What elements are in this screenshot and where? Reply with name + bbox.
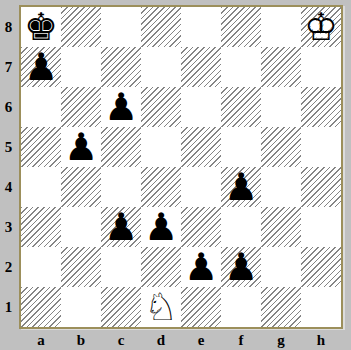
chess-diagram: 87654321 ♚♚♔♟♟♟♟♟♟♟♟♞♘ abcdefgh bbox=[0, 0, 351, 350]
square-b7[interactable] bbox=[61, 47, 101, 87]
square-a3[interactable] bbox=[21, 207, 61, 247]
square-g5[interactable] bbox=[261, 127, 301, 167]
black-king[interactable]: ♚ bbox=[21, 7, 61, 47]
file-label-a: a bbox=[21, 331, 61, 350]
square-h8[interactable]: ♚♔ bbox=[301, 7, 341, 47]
square-b5[interactable]: ♟ bbox=[61, 127, 101, 167]
square-e4[interactable] bbox=[181, 167, 221, 207]
square-a7[interactable]: ♟ bbox=[21, 47, 61, 87]
square-c8[interactable] bbox=[101, 7, 141, 47]
square-h7[interactable] bbox=[301, 47, 341, 87]
square-g3[interactable] bbox=[261, 207, 301, 247]
square-f2[interactable]: ♟ bbox=[221, 247, 261, 287]
square-f6[interactable] bbox=[221, 87, 261, 127]
square-d6[interactable] bbox=[141, 87, 181, 127]
square-b8[interactable] bbox=[61, 7, 101, 47]
black-pawn[interactable]: ♟ bbox=[221, 247, 261, 287]
rank-label-8: 8 bbox=[0, 7, 17, 47]
black-pawn[interactable]: ♟ bbox=[101, 87, 141, 127]
square-e7[interactable] bbox=[181, 47, 221, 87]
rank-label-4: 4 bbox=[0, 167, 17, 207]
square-g6[interactable] bbox=[261, 87, 301, 127]
square-h4[interactable] bbox=[301, 167, 341, 207]
square-c1[interactable] bbox=[101, 287, 141, 327]
white-king[interactable]: ♔ bbox=[301, 7, 341, 47]
square-c5[interactable] bbox=[101, 127, 141, 167]
square-f4[interactable]: ♟ bbox=[221, 167, 261, 207]
white-knight[interactable]: ♘ bbox=[141, 287, 181, 327]
square-e2[interactable]: ♟ bbox=[181, 247, 221, 287]
file-label-b: b bbox=[61, 331, 101, 350]
square-d2[interactable] bbox=[141, 247, 181, 287]
square-e6[interactable] bbox=[181, 87, 221, 127]
square-g2[interactable] bbox=[261, 247, 301, 287]
square-a8[interactable]: ♚ bbox=[21, 7, 61, 47]
square-a5[interactable] bbox=[21, 127, 61, 167]
square-d3[interactable]: ♟ bbox=[141, 207, 181, 247]
square-f3[interactable] bbox=[221, 207, 261, 247]
square-c6[interactable]: ♟ bbox=[101, 87, 141, 127]
square-b6[interactable] bbox=[61, 87, 101, 127]
square-a4[interactable] bbox=[21, 167, 61, 207]
black-pawn[interactable]: ♟ bbox=[221, 167, 261, 207]
square-c3[interactable]: ♟ bbox=[101, 207, 141, 247]
black-pawn[interactable]: ♟ bbox=[141, 207, 181, 247]
square-h5[interactable] bbox=[301, 127, 341, 167]
black-pawn[interactable]: ♟ bbox=[21, 47, 61, 87]
square-e3[interactable] bbox=[181, 207, 221, 247]
board: ♚♚♔♟♟♟♟♟♟♟♟♞♘ bbox=[21, 7, 341, 327]
board-frame: ♚♚♔♟♟♟♟♟♟♟♟♞♘ bbox=[19, 5, 343, 329]
black-pawn[interactable]: ♟ bbox=[61, 127, 101, 167]
square-h1[interactable] bbox=[301, 287, 341, 327]
rank-label-7: 7 bbox=[0, 47, 17, 87]
square-g1[interactable] bbox=[261, 287, 301, 327]
square-d1[interactable]: ♞♘ bbox=[141, 287, 181, 327]
square-a6[interactable] bbox=[21, 87, 61, 127]
file-label-f: f bbox=[221, 331, 261, 350]
file-label-d: d bbox=[141, 331, 181, 350]
square-h6[interactable] bbox=[301, 87, 341, 127]
square-d5[interactable] bbox=[141, 127, 181, 167]
square-c2[interactable] bbox=[101, 247, 141, 287]
square-e1[interactable] bbox=[181, 287, 221, 327]
square-a2[interactable] bbox=[21, 247, 61, 287]
square-b2[interactable] bbox=[61, 247, 101, 287]
square-f7[interactable] bbox=[221, 47, 261, 87]
square-c4[interactable] bbox=[101, 167, 141, 207]
square-c7[interactable] bbox=[101, 47, 141, 87]
file-label-h: h bbox=[301, 331, 341, 350]
square-d7[interactable] bbox=[141, 47, 181, 87]
square-e5[interactable] bbox=[181, 127, 221, 167]
square-e8[interactable] bbox=[181, 7, 221, 47]
square-g7[interactable] bbox=[261, 47, 301, 87]
square-h3[interactable] bbox=[301, 207, 341, 247]
square-h2[interactable] bbox=[301, 247, 341, 287]
rank-label-2: 2 bbox=[0, 247, 17, 287]
file-label-e: e bbox=[181, 331, 221, 350]
square-d8[interactable] bbox=[141, 7, 181, 47]
square-f1[interactable] bbox=[221, 287, 261, 327]
file-label-c: c bbox=[101, 331, 141, 350]
square-g8[interactable] bbox=[261, 7, 301, 47]
square-d4[interactable] bbox=[141, 167, 181, 207]
rank-label-1: 1 bbox=[0, 287, 17, 327]
rank-label-5: 5 bbox=[0, 127, 17, 167]
square-f8[interactable] bbox=[221, 7, 261, 47]
square-a1[interactable] bbox=[21, 287, 61, 327]
square-g4[interactable] bbox=[261, 167, 301, 207]
black-pawn[interactable]: ♟ bbox=[181, 247, 221, 287]
square-b1[interactable] bbox=[61, 287, 101, 327]
rank-label-3: 3 bbox=[0, 207, 17, 247]
rank-label-6: 6 bbox=[0, 87, 17, 127]
square-b3[interactable] bbox=[61, 207, 101, 247]
square-b4[interactable] bbox=[61, 167, 101, 207]
black-pawn[interactable]: ♟ bbox=[101, 207, 141, 247]
square-f5[interactable] bbox=[221, 127, 261, 167]
file-label-g: g bbox=[261, 331, 301, 350]
